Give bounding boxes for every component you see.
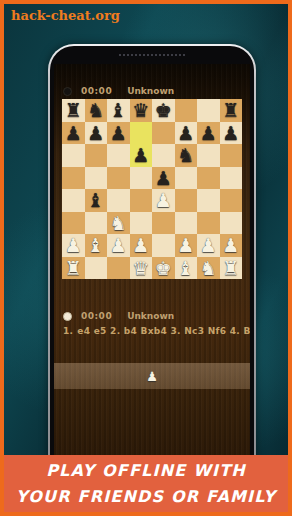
square-c8[interactable]: ♝	[107, 99, 130, 122]
square-g1[interactable]: ♞	[197, 257, 220, 280]
black-queen[interactable]: ♛	[132, 99, 149, 121]
white-bishop[interactable]: ♝	[87, 234, 104, 256]
square-h2[interactable]: ♟	[220, 234, 243, 257]
square-c4[interactable]	[107, 189, 130, 212]
square-g6[interactable]	[197, 144, 220, 167]
black-knight[interactable]: ♞	[177, 144, 194, 166]
square-c6[interactable]	[107, 144, 130, 167]
white-pawn[interactable]: ♟	[200, 234, 217, 256]
white-queen[interactable]: ♛	[132, 257, 149, 279]
promo-banner-line2: YOUR FRIENDS OR FAMILY	[16, 484, 276, 509]
square-g2[interactable]: ♟	[197, 234, 220, 257]
square-f6[interactable]: ♞	[175, 144, 198, 167]
black-king[interactable]: ♚	[155, 99, 172, 121]
white-player-clock: 00:00	[81, 311, 112, 321]
white-knight[interactable]: ♞	[110, 212, 127, 234]
square-b7[interactable]: ♟	[85, 122, 108, 145]
promo-banner-line1: PLAY OFFLINE WITH	[46, 458, 246, 483]
white-player-name: Unknown	[127, 311, 174, 321]
black-pawn[interactable]: ♟	[155, 167, 172, 189]
move-number: 1.	[63, 326, 73, 336]
square-c7[interactable]: ♟	[107, 122, 130, 145]
square-b4[interactable]: ♝	[85, 189, 108, 212]
square-f5[interactable]	[175, 167, 198, 190]
square-e1[interactable]: ♚	[152, 257, 175, 280]
black-player-clock: 00:00	[81, 86, 112, 96]
square-h8[interactable]: ♜	[220, 99, 243, 122]
square-d8[interactable]: ♛	[130, 99, 153, 122]
black-knight[interactable]: ♞	[87, 99, 104, 121]
square-f1[interactable]: ♝	[175, 257, 198, 280]
square-d2[interactable]: ♟	[130, 234, 153, 257]
white-player-color-icon	[63, 312, 72, 321]
square-a6[interactable]	[62, 144, 85, 167]
white-bishop[interactable]: ♝	[177, 257, 194, 279]
white-pawn[interactable]: ♟	[177, 234, 194, 256]
white-pawn[interactable]: ♟	[110, 234, 127, 256]
square-e8[interactable]: ♚	[152, 99, 175, 122]
square-f3[interactable]	[175, 212, 198, 235]
black-pawn[interactable]: ♟	[200, 122, 217, 144]
square-c5[interactable]	[107, 167, 130, 190]
square-e5[interactable]: ♟	[152, 167, 175, 190]
square-d6[interactable]: ♟	[130, 144, 153, 167]
square-b2[interactable]: ♝	[85, 234, 108, 257]
phone-bezel: 00:00 Unknown ♜♞♝♛♚♜♟♟♟♟♟♟♟♞♟♝♟♞♟♝♟♟♟♟♟♜…	[50, 46, 254, 472]
square-h1[interactable]: ♜	[220, 257, 243, 280]
white-pawn[interactable]: ♟	[132, 234, 149, 256]
square-b5[interactable]	[85, 167, 108, 190]
black-player-name: Unknown	[127, 86, 174, 96]
app-screen: 00:00 Unknown ♜♞♝♛♚♜♟♟♟♟♟♟♟♞♟♝♟♞♟♝♟♟♟♟♟♜…	[54, 64, 250, 472]
square-d3[interactable]	[130, 212, 153, 235]
black-pawn[interactable]: ♟	[87, 122, 104, 144]
square-h6[interactable]	[220, 144, 243, 167]
square-b8[interactable]: ♞	[85, 99, 108, 122]
white-knight[interactable]: ♞	[200, 257, 217, 279]
page-background: hack-cheat.org 00:00 Unknown ♜♞♝♛♚♜♟♟♟♟♟…	[0, 0, 292, 516]
black-pawn[interactable]: ♟	[222, 122, 239, 144]
square-g7[interactable]: ♟	[197, 122, 220, 145]
square-b3[interactable]	[85, 212, 108, 235]
black-player-color-icon	[63, 87, 72, 96]
square-a8[interactable]: ♜	[62, 99, 85, 122]
captured-pieces-tray: ♟	[54, 363, 250, 389]
square-h3[interactable]	[220, 212, 243, 235]
watermark: hack-cheat.org	[11, 8, 120, 23]
captured-white-pawn-icon: ♟	[146, 370, 158, 383]
square-f2[interactable]: ♟	[175, 234, 198, 257]
player-bar-white: 00:00 Unknown	[54, 309, 250, 323]
square-a5[interactable]	[62, 167, 85, 190]
square-g4[interactable]	[197, 189, 220, 212]
phone-speaker-grille-icon	[119, 54, 185, 56]
white-rook[interactable]: ♜	[65, 257, 82, 279]
black-pawn[interactable]: ♟	[65, 122, 82, 144]
square-a3[interactable]	[62, 212, 85, 235]
square-d1[interactable]: ♛	[130, 257, 153, 280]
square-b6[interactable]	[85, 144, 108, 167]
square-a7[interactable]: ♟	[62, 122, 85, 145]
promo-banner: PLAY OFFLINE WITH YOUR FRIENDS OR FAMILY	[4, 455, 288, 512]
white-pawn[interactable]: ♟	[155, 189, 172, 211]
square-e6[interactable]	[152, 144, 175, 167]
square-g5[interactable]	[197, 167, 220, 190]
square-h7[interactable]: ♟	[220, 122, 243, 145]
chess-board[interactable]: ♜♞♝♛♚♜♟♟♟♟♟♟♟♞♟♝♟♞♟♝♟♟♟♟♟♜♛♚♝♞♜	[62, 99, 242, 279]
square-h5[interactable]	[220, 167, 243, 190]
square-a2[interactable]: ♟	[62, 234, 85, 257]
square-f4[interactable]	[175, 189, 198, 212]
white-king[interactable]: ♚	[155, 257, 172, 279]
square-d5[interactable]	[130, 167, 153, 190]
black-rook[interactable]: ♜	[65, 99, 82, 121]
move-list-text[interactable]: e4 e5 2. b4 Bxb4 3. Nc3 Nf6 4. Bb2	[77, 326, 250, 336]
square-b1[interactable]	[85, 257, 108, 280]
square-g8[interactable]	[197, 99, 220, 122]
phone-mockup: 00:00 Unknown ♜♞♝♛♚♜♟♟♟♟♟♟♟♞♟♝♟♞♟♝♟♟♟♟♟♜…	[48, 44, 256, 474]
square-f7[interactable]: ♟	[175, 122, 198, 145]
square-e7[interactable]	[152, 122, 175, 145]
square-g3[interactable]	[197, 212, 220, 235]
move-list[interactable]: 1.e4 e5 2. b4 Bxb4 3. Nc3 Nf6 4. Bb2d6	[54, 326, 250, 336]
square-a1[interactable]: ♜	[62, 257, 85, 280]
player-bar-black: 00:00 Unknown	[54, 84, 250, 98]
square-c3[interactable]: ♞	[107, 212, 130, 235]
square-d4[interactable]	[130, 189, 153, 212]
square-h4[interactable]	[220, 189, 243, 212]
square-f8[interactable]	[175, 99, 198, 122]
black-pawn[interactable]: ♟	[177, 122, 194, 144]
square-e4[interactable]: ♟	[152, 189, 175, 212]
black-rook[interactable]: ♜	[222, 99, 239, 121]
black-pawn[interactable]: ♟	[110, 122, 127, 144]
square-e3[interactable]	[152, 212, 175, 235]
black-pawn[interactable]: ♟	[132, 144, 149, 166]
square-e2[interactable]	[152, 234, 175, 257]
white-pawn[interactable]: ♟	[222, 234, 239, 256]
square-c2[interactable]: ♟	[107, 234, 130, 257]
square-a4[interactable]	[62, 189, 85, 212]
black-bishop[interactable]: ♝	[110, 99, 127, 121]
square-d7[interactable]	[130, 122, 153, 145]
black-bishop[interactable]: ♝	[87, 189, 104, 211]
square-c1[interactable]	[107, 257, 130, 280]
white-rook[interactable]: ♜	[222, 257, 239, 279]
white-pawn[interactable]: ♟	[65, 234, 82, 256]
